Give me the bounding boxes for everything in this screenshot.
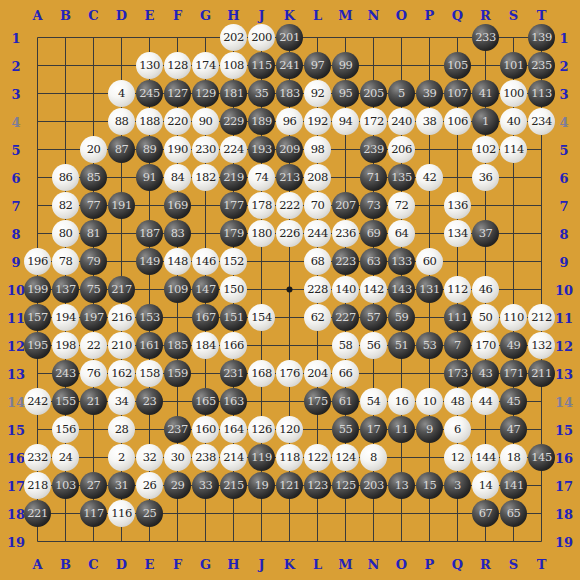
stone-J5: 193 xyxy=(248,136,275,163)
col-label-top: L xyxy=(313,8,322,23)
stone-P4: 38 xyxy=(416,108,443,135)
stone-Q10: 112 xyxy=(444,276,471,303)
stone-A17: 218 xyxy=(24,472,51,499)
stone-K7: 222 xyxy=(276,192,303,219)
stone-G11: 167 xyxy=(192,304,219,331)
col-label-bottom: L xyxy=(313,557,322,572)
stone-H6: 219 xyxy=(220,164,247,191)
stone-A11: 157 xyxy=(24,304,51,331)
stone-D3: 4 xyxy=(108,80,135,107)
stone-B10: 137 xyxy=(52,276,79,303)
stone-L11: 62 xyxy=(304,304,331,331)
stone-M3: 95 xyxy=(332,80,359,107)
stone-S15: 47 xyxy=(500,416,527,443)
stone-R4: 1 xyxy=(472,108,499,135)
stone-P10: 131 xyxy=(416,276,443,303)
stone-S17: 141 xyxy=(500,472,527,499)
stone-O12: 51 xyxy=(388,332,415,359)
stone-L5: 98 xyxy=(304,136,331,163)
stone-B11: 194 xyxy=(52,304,79,331)
stone-O5: 206 xyxy=(388,136,415,163)
stone-L4: 192 xyxy=(304,108,331,135)
row-label-right: 13 xyxy=(555,366,573,381)
row-label-right: 5 xyxy=(559,142,568,157)
stone-H4: 229 xyxy=(220,108,247,135)
stone-C8: 81 xyxy=(80,220,107,247)
stone-J11: 154 xyxy=(248,304,275,331)
col-label-top: H xyxy=(227,8,239,23)
stone-N11: 57 xyxy=(360,304,387,331)
stone-R8: 37 xyxy=(472,220,499,247)
stone-F4: 220 xyxy=(164,108,191,135)
stone-H10: 150 xyxy=(220,276,247,303)
stone-B12: 198 xyxy=(52,332,79,359)
row-label-left: 19 xyxy=(7,534,25,549)
row-label-right: 12 xyxy=(555,338,573,353)
stone-S14: 45 xyxy=(500,388,527,415)
stone-P9: 60 xyxy=(416,248,443,275)
stone-D17: 31 xyxy=(108,472,135,499)
stone-H5: 224 xyxy=(220,136,247,163)
stone-F17: 29 xyxy=(164,472,191,499)
stone-C11: 197 xyxy=(80,304,107,331)
row-label-left: 17 xyxy=(7,478,25,493)
stone-J7: 178 xyxy=(248,192,275,219)
stone-J13: 168 xyxy=(248,360,275,387)
stone-E12: 161 xyxy=(136,332,163,359)
stone-C14: 21 xyxy=(80,388,107,415)
row-label-right: 19 xyxy=(555,534,573,549)
col-label-bottom: A xyxy=(32,557,42,572)
stone-C12: 22 xyxy=(80,332,107,359)
stone-L2: 97 xyxy=(304,52,331,79)
stone-R11: 50 xyxy=(472,304,499,331)
stone-M4: 94 xyxy=(332,108,359,135)
stone-C5: 20 xyxy=(80,136,107,163)
col-label-top: N xyxy=(368,8,380,23)
stone-O7: 72 xyxy=(388,192,415,219)
col-label-top: Q xyxy=(452,8,463,23)
row-label-right: 4 xyxy=(559,114,568,129)
row-label-right: 3 xyxy=(559,86,568,101)
row-label-right: 7 xyxy=(559,198,568,213)
stone-M7: 207 xyxy=(332,192,359,219)
stone-F5: 190 xyxy=(164,136,191,163)
stone-G10: 147 xyxy=(192,276,219,303)
col-label-bottom: J xyxy=(258,557,264,572)
stone-L14: 175 xyxy=(304,388,331,415)
stone-T13: 211 xyxy=(528,360,555,387)
stone-Q8: 134 xyxy=(444,220,471,247)
stone-G3: 129 xyxy=(192,80,219,107)
col-label-bottom: D xyxy=(116,557,127,572)
col-label-top: B xyxy=(60,8,71,23)
stone-O3: 5 xyxy=(388,80,415,107)
stone-D18: 116 xyxy=(108,500,135,527)
col-label-bottom: H xyxy=(227,557,239,572)
col-label-top: P xyxy=(425,8,435,23)
stone-K2: 241 xyxy=(276,52,303,79)
stone-H9: 152 xyxy=(220,248,247,275)
stone-N7: 73 xyxy=(360,192,387,219)
stone-M17: 125 xyxy=(332,472,359,499)
stone-T16: 145 xyxy=(528,444,555,471)
col-label-bottom: S xyxy=(509,557,518,572)
stone-P3: 39 xyxy=(416,80,443,107)
stone-Q2: 105 xyxy=(444,52,471,79)
row-label-left: 2 xyxy=(11,58,20,73)
row-label-left: 16 xyxy=(7,450,25,465)
stone-K4: 96 xyxy=(276,108,303,135)
stone-O6: 135 xyxy=(388,164,415,191)
stone-H13: 231 xyxy=(220,360,247,387)
stone-O15: 11 xyxy=(388,416,415,443)
row-label-right: 14 xyxy=(555,394,573,409)
row-label-left: 11 xyxy=(7,310,25,325)
stone-Q16: 12 xyxy=(444,444,471,471)
stone-G6: 182 xyxy=(192,164,219,191)
stone-C13: 76 xyxy=(80,360,107,387)
stone-A10: 199 xyxy=(24,276,51,303)
col-label-bottom: G xyxy=(200,557,211,572)
stone-K5: 209 xyxy=(276,136,303,163)
stone-M9: 223 xyxy=(332,248,359,275)
stone-R18: 67 xyxy=(472,500,499,527)
stone-Q13: 173 xyxy=(444,360,471,387)
col-label-top: J xyxy=(258,8,264,23)
stone-M14: 61 xyxy=(332,388,359,415)
stone-E13: 158 xyxy=(136,360,163,387)
row-label-left: 3 xyxy=(11,86,20,101)
stone-D10: 217 xyxy=(108,276,135,303)
stone-C6: 85 xyxy=(80,164,107,191)
stone-L6: 208 xyxy=(304,164,331,191)
stone-H1: 202 xyxy=(220,24,247,51)
col-label-bottom: K xyxy=(284,557,295,572)
stone-P14: 10 xyxy=(416,388,443,415)
stone-R10: 46 xyxy=(472,276,499,303)
row-label-right: 16 xyxy=(555,450,573,465)
col-label-top: S xyxy=(509,8,518,23)
stone-S12: 49 xyxy=(500,332,527,359)
stone-F8: 83 xyxy=(164,220,191,247)
stone-B6: 86 xyxy=(52,164,79,191)
row-label-right: 17 xyxy=(555,478,573,493)
stone-D15: 28 xyxy=(108,416,135,443)
stone-H7: 177 xyxy=(220,192,247,219)
stone-K1: 201 xyxy=(276,24,303,51)
col-label-bottom: R xyxy=(480,557,491,572)
stone-T12: 132 xyxy=(528,332,555,359)
stone-L16: 122 xyxy=(304,444,331,471)
stone-N16: 8 xyxy=(360,444,387,471)
stone-R13: 43 xyxy=(472,360,499,387)
stone-J6: 74 xyxy=(248,164,275,191)
stone-H8: 179 xyxy=(220,220,247,247)
stone-E5: 89 xyxy=(136,136,163,163)
row-label-right: 6 xyxy=(559,170,568,185)
stone-O4: 240 xyxy=(388,108,415,135)
col-label-bottom: M xyxy=(338,557,352,572)
stone-G9: 146 xyxy=(192,248,219,275)
stone-F7: 169 xyxy=(164,192,191,219)
stone-T3: 113 xyxy=(528,80,555,107)
stone-K6: 213 xyxy=(276,164,303,191)
stone-T4: 234 xyxy=(528,108,555,135)
stone-D5: 87 xyxy=(108,136,135,163)
row-label-left: 7 xyxy=(11,198,20,213)
stone-S2: 101 xyxy=(500,52,527,79)
row-label-left: 4 xyxy=(11,114,20,129)
stone-M15: 55 xyxy=(332,416,359,443)
stone-A14: 242 xyxy=(24,388,51,415)
stone-G4: 90 xyxy=(192,108,219,135)
stone-F10: 109 xyxy=(164,276,191,303)
stone-H2: 108 xyxy=(220,52,247,79)
stone-R5: 102 xyxy=(472,136,499,163)
stone-S13: 171 xyxy=(500,360,527,387)
col-label-top: R xyxy=(480,8,491,23)
stone-K17: 121 xyxy=(276,472,303,499)
star-point xyxy=(287,287,293,293)
stone-J17: 19 xyxy=(248,472,275,499)
stone-E14: 23 xyxy=(136,388,163,415)
stone-O14: 16 xyxy=(388,388,415,415)
stone-E6: 91 xyxy=(136,164,163,191)
stone-D4: 88 xyxy=(108,108,135,135)
stone-F9: 148 xyxy=(164,248,191,275)
stone-L9: 68 xyxy=(304,248,331,275)
col-label-top: C xyxy=(88,8,98,23)
row-label-left: 14 xyxy=(7,394,25,409)
stone-H15: 164 xyxy=(220,416,247,443)
stone-F6: 84 xyxy=(164,164,191,191)
col-label-bottom: C xyxy=(88,557,98,572)
stone-J15: 126 xyxy=(248,416,275,443)
stone-F2: 128 xyxy=(164,52,191,79)
stone-L10: 228 xyxy=(304,276,331,303)
stone-F16: 30 xyxy=(164,444,191,471)
stone-J3: 35 xyxy=(248,80,275,107)
stone-E8: 187 xyxy=(136,220,163,247)
stone-P15: 9 xyxy=(416,416,443,443)
row-label-right: 18 xyxy=(555,506,573,521)
stone-G12: 184 xyxy=(192,332,219,359)
row-label-right: 1 xyxy=(559,30,568,45)
row-label-left: 18 xyxy=(7,506,25,521)
col-label-top: A xyxy=(32,8,42,23)
stone-H3: 181 xyxy=(220,80,247,107)
stone-M12: 58 xyxy=(332,332,359,359)
stone-M16: 124 xyxy=(332,444,359,471)
stone-J1: 200 xyxy=(248,24,275,51)
stone-D14: 34 xyxy=(108,388,135,415)
stone-T1: 139 xyxy=(528,24,555,51)
stone-L7: 70 xyxy=(304,192,331,219)
stone-A18: 221 xyxy=(24,500,51,527)
row-label-left: 5 xyxy=(11,142,20,157)
stone-E3: 245 xyxy=(136,80,163,107)
row-label-left: 1 xyxy=(11,30,20,45)
stone-Q3: 107 xyxy=(444,80,471,107)
stone-G5: 230 xyxy=(192,136,219,163)
col-label-top: D xyxy=(116,8,127,23)
col-label-bottom: E xyxy=(145,557,155,572)
row-label-right: 11 xyxy=(555,310,573,325)
stone-S5: 114 xyxy=(500,136,527,163)
stone-T2: 235 xyxy=(528,52,555,79)
stone-H17: 215 xyxy=(220,472,247,499)
stone-N4: 172 xyxy=(360,108,387,135)
stone-B17: 103 xyxy=(52,472,79,499)
col-label-top: F xyxy=(173,8,182,23)
stone-Q12: 7 xyxy=(444,332,471,359)
stone-E17: 26 xyxy=(136,472,163,499)
stone-N15: 17 xyxy=(360,416,387,443)
stone-R17: 14 xyxy=(472,472,499,499)
stone-C17: 27 xyxy=(80,472,107,499)
stone-F12: 185 xyxy=(164,332,191,359)
stone-P6: 42 xyxy=(416,164,443,191)
stone-Q15: 6 xyxy=(444,416,471,443)
row-label-left: 10 xyxy=(7,282,25,297)
col-label-bottom: B xyxy=(60,557,71,572)
col-label-top: G xyxy=(200,8,211,23)
row-label-left: 12 xyxy=(7,338,25,353)
stone-B14: 155 xyxy=(52,388,79,415)
col-label-top: O xyxy=(396,8,407,23)
stone-N17: 203 xyxy=(360,472,387,499)
stone-N12: 56 xyxy=(360,332,387,359)
stone-N9: 63 xyxy=(360,248,387,275)
stone-A9: 196 xyxy=(24,248,51,275)
stone-G15: 160 xyxy=(192,416,219,443)
stone-J8: 180 xyxy=(248,220,275,247)
col-label-bottom: P xyxy=(425,557,435,572)
stone-F13: 159 xyxy=(164,360,191,387)
stone-F15: 237 xyxy=(164,416,191,443)
stone-Q11: 111 xyxy=(444,304,471,331)
stone-J16: 119 xyxy=(248,444,275,471)
stone-E4: 188 xyxy=(136,108,163,135)
stone-R14: 44 xyxy=(472,388,499,415)
stone-T11: 212 xyxy=(528,304,555,331)
stone-L13: 204 xyxy=(304,360,331,387)
row-label-left: 15 xyxy=(7,422,25,437)
stone-S18: 65 xyxy=(500,500,527,527)
stone-F3: 127 xyxy=(164,80,191,107)
stone-R1: 233 xyxy=(472,24,499,51)
col-label-bottom: Q xyxy=(452,557,463,572)
stone-Q17: 3 xyxy=(444,472,471,499)
stone-B7: 82 xyxy=(52,192,79,219)
stone-C10: 75 xyxy=(80,276,107,303)
col-label-top: K xyxy=(284,8,295,23)
col-label-top: M xyxy=(338,8,352,23)
stone-K16: 118 xyxy=(276,444,303,471)
stone-B13: 243 xyxy=(52,360,79,387)
stone-K8: 226 xyxy=(276,220,303,247)
stone-O10: 143 xyxy=(388,276,415,303)
stone-A16: 232 xyxy=(24,444,51,471)
col-label-bottom: T xyxy=(537,557,547,572)
stone-A12: 195 xyxy=(24,332,51,359)
stone-C9: 79 xyxy=(80,248,107,275)
col-label-top: E xyxy=(145,8,155,23)
stone-R16: 144 xyxy=(472,444,499,471)
stone-B15: 156 xyxy=(52,416,79,443)
stone-M8: 236 xyxy=(332,220,359,247)
stone-D7: 191 xyxy=(108,192,135,219)
stone-S4: 40 xyxy=(500,108,527,135)
stone-P12: 53 xyxy=(416,332,443,359)
stone-Q14: 48 xyxy=(444,388,471,415)
stone-B9: 78 xyxy=(52,248,79,275)
stone-N5: 239 xyxy=(360,136,387,163)
row-label-left: 9 xyxy=(11,254,20,269)
stone-E9: 149 xyxy=(136,248,163,275)
stone-G16: 238 xyxy=(192,444,219,471)
stone-K3: 183 xyxy=(276,80,303,107)
stone-Q7: 136 xyxy=(444,192,471,219)
stone-M11: 227 xyxy=(332,304,359,331)
stone-R12: 170 xyxy=(472,332,499,359)
stone-S16: 18 xyxy=(500,444,527,471)
stone-K15: 120 xyxy=(276,416,303,443)
col-label-bottom: O xyxy=(396,557,407,572)
stone-N8: 69 xyxy=(360,220,387,247)
row-label-right: 9 xyxy=(559,254,568,269)
col-label-bottom: F xyxy=(173,557,182,572)
stone-D12: 210 xyxy=(108,332,135,359)
stone-O11: 59 xyxy=(388,304,415,331)
stone-P17: 15 xyxy=(416,472,443,499)
stone-C18: 117 xyxy=(80,500,107,527)
stone-D16: 2 xyxy=(108,444,135,471)
stone-H11: 151 xyxy=(220,304,247,331)
row-label-right: 10 xyxy=(555,282,573,297)
stone-O17: 13 xyxy=(388,472,415,499)
stone-H14: 163 xyxy=(220,388,247,415)
col-label-bottom: N xyxy=(368,557,380,572)
stone-L17: 123 xyxy=(304,472,331,499)
stone-L8: 244 xyxy=(304,220,331,247)
stone-G17: 33 xyxy=(192,472,219,499)
stone-G14: 165 xyxy=(192,388,219,415)
stone-N6: 71 xyxy=(360,164,387,191)
stone-N3: 205 xyxy=(360,80,387,107)
stone-M10: 140 xyxy=(332,276,359,303)
stone-O9: 133 xyxy=(388,248,415,275)
stone-B8: 80 xyxy=(52,220,79,247)
stone-E18: 25 xyxy=(136,500,163,527)
stone-L3: 92 xyxy=(304,80,331,107)
stone-D13: 162 xyxy=(108,360,135,387)
row-label-right: 2 xyxy=(559,58,568,73)
row-label-right: 15 xyxy=(555,422,573,437)
stone-M2: 99 xyxy=(332,52,359,79)
stone-E11: 153 xyxy=(136,304,163,331)
row-label-left: 6 xyxy=(11,170,20,185)
stone-J2: 115 xyxy=(248,52,275,79)
stone-R3: 41 xyxy=(472,80,499,107)
stone-N10: 142 xyxy=(360,276,387,303)
stone-N14: 54 xyxy=(360,388,387,415)
row-label-right: 8 xyxy=(559,226,568,241)
stone-E16: 32 xyxy=(136,444,163,471)
stone-M13: 66 xyxy=(332,360,359,387)
stone-Q4: 106 xyxy=(444,108,471,135)
